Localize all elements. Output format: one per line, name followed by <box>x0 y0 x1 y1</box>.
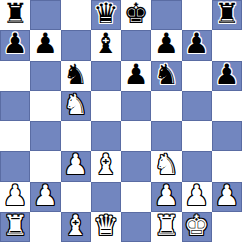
white-rook[interactable]: ♜ <box>3 212 28 240</box>
square-f8[interactable] <box>151 0 181 30</box>
square-h3[interactable] <box>212 151 242 181</box>
square-a2[interactable]: ♟ <box>0 182 30 212</box>
square-h1[interactable] <box>212 212 242 242</box>
square-b1[interactable] <box>30 212 60 242</box>
square-e8[interactable]: ♚ <box>121 0 151 30</box>
square-f7[interactable]: ♟ <box>151 30 181 60</box>
white-pawn[interactable]: ♟ <box>3 182 28 210</box>
square-a5[interactable] <box>0 91 30 121</box>
square-c6[interactable]: ♞ <box>61 61 91 91</box>
square-a7[interactable]: ♟ <box>0 30 30 60</box>
square-c7[interactable] <box>61 30 91 60</box>
square-g3[interactable] <box>182 151 212 181</box>
white-pawn[interactable]: ♟ <box>63 151 88 179</box>
square-g4[interactable] <box>182 121 212 151</box>
square-d2[interactable] <box>91 182 121 212</box>
square-e4[interactable] <box>121 121 151 151</box>
square-a4[interactable] <box>0 121 30 151</box>
square-b4[interactable] <box>30 121 60 151</box>
black-pawn[interactable]: ♟ <box>184 30 209 58</box>
square-e3[interactable] <box>121 151 151 181</box>
black-king[interactable]: ♚ <box>124 0 149 28</box>
black-queen[interactable]: ♛ <box>93 0 118 28</box>
square-b8[interactable] <box>30 0 60 30</box>
chess-board: ♜♛♚♜♟♟♝♟♟♞♟♞♟♞♟♝♞♟♟♟♟♟♜♝♛♜♚ <box>0 0 242 242</box>
square-g2[interactable]: ♟ <box>182 182 212 212</box>
square-g5[interactable] <box>182 91 212 121</box>
white-king[interactable]: ♚ <box>184 212 209 240</box>
black-pawn[interactable]: ♟ <box>214 61 239 89</box>
square-h4[interactable] <box>212 121 242 151</box>
white-pawn[interactable]: ♟ <box>33 182 58 210</box>
black-knight[interactable]: ♞ <box>63 61 88 89</box>
square-e6[interactable]: ♟ <box>121 61 151 91</box>
square-f2[interactable]: ♟ <box>151 182 181 212</box>
square-f5[interactable] <box>151 91 181 121</box>
black-pawn[interactable]: ♟ <box>3 30 28 58</box>
white-pawn[interactable]: ♟ <box>154 182 179 210</box>
square-e7[interactable] <box>121 30 151 60</box>
square-e5[interactable] <box>121 91 151 121</box>
square-e2[interactable] <box>121 182 151 212</box>
square-b2[interactable]: ♟ <box>30 182 60 212</box>
white-knight[interactable]: ♞ <box>63 91 88 119</box>
black-pawn[interactable]: ♟ <box>33 30 58 58</box>
white-knight[interactable]: ♞ <box>154 151 179 179</box>
square-d6[interactable] <box>91 61 121 91</box>
white-pawn[interactable]: ♟ <box>184 182 209 210</box>
square-c8[interactable] <box>61 0 91 30</box>
square-d1[interactable]: ♛ <box>91 212 121 242</box>
square-h8[interactable]: ♜ <box>212 0 242 30</box>
square-c1[interactable]: ♝ <box>61 212 91 242</box>
black-rook[interactable]: ♜ <box>3 0 28 28</box>
square-f1[interactable]: ♜ <box>151 212 181 242</box>
black-pawn[interactable]: ♟ <box>124 61 149 89</box>
square-h7[interactable] <box>212 30 242 60</box>
white-pawn[interactable]: ♟ <box>214 182 239 210</box>
square-f6[interactable]: ♞ <box>151 61 181 91</box>
white-bishop[interactable]: ♝ <box>63 212 88 240</box>
square-b6[interactable] <box>30 61 60 91</box>
square-a8[interactable]: ♜ <box>0 0 30 30</box>
square-e1[interactable] <box>121 212 151 242</box>
square-f4[interactable] <box>151 121 181 151</box>
square-d5[interactable] <box>91 91 121 121</box>
square-b3[interactable] <box>30 151 60 181</box>
square-c2[interactable] <box>61 182 91 212</box>
square-b5[interactable] <box>30 91 60 121</box>
white-queen[interactable]: ♛ <box>93 212 118 240</box>
square-f3[interactable]: ♞ <box>151 151 181 181</box>
square-a6[interactable] <box>0 61 30 91</box>
white-bishop[interactable]: ♝ <box>93 151 118 179</box>
square-h2[interactable]: ♟ <box>212 182 242 212</box>
square-b7[interactable]: ♟ <box>30 30 60 60</box>
square-d3[interactable]: ♝ <box>91 151 121 181</box>
white-rook[interactable]: ♜ <box>154 212 179 240</box>
square-g7[interactable]: ♟ <box>182 30 212 60</box>
black-knight[interactable]: ♞ <box>154 61 179 89</box>
square-g8[interactable] <box>182 0 212 30</box>
black-pawn[interactable]: ♟ <box>154 30 179 58</box>
square-h6[interactable]: ♟ <box>212 61 242 91</box>
black-rook[interactable]: ♜ <box>214 0 239 28</box>
square-c3[interactable]: ♟ <box>61 151 91 181</box>
square-c4[interactable] <box>61 121 91 151</box>
black-bishop[interactable]: ♝ <box>93 30 118 58</box>
square-d7[interactable]: ♝ <box>91 30 121 60</box>
square-h5[interactable] <box>212 91 242 121</box>
square-a3[interactable] <box>0 151 30 181</box>
square-g1[interactable]: ♚ <box>182 212 212 242</box>
square-d8[interactable]: ♛ <box>91 0 121 30</box>
square-d4[interactable] <box>91 121 121 151</box>
square-c5[interactable]: ♞ <box>61 91 91 121</box>
square-g6[interactable] <box>182 61 212 91</box>
square-a1[interactable]: ♜ <box>0 212 30 242</box>
